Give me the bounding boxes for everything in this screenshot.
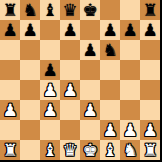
square-f4[interactable] xyxy=(100,80,120,100)
square-b4[interactable] xyxy=(20,80,40,100)
black-pawn-piece: ♟ xyxy=(102,20,117,40)
square-h4[interactable] xyxy=(140,80,160,100)
square-g3[interactable] xyxy=(120,100,140,120)
square-c1[interactable]: ♝ xyxy=(40,140,60,160)
white-rook-piece: ♜ xyxy=(2,140,17,160)
square-d7[interactable]: ♟ xyxy=(60,20,80,40)
square-a5[interactable] xyxy=(0,60,20,80)
square-h3[interactable] xyxy=(140,100,160,120)
white-pawn-piece: ♟ xyxy=(102,120,117,140)
black-bishop-piece: ♝ xyxy=(42,0,57,20)
white-rook-piece: ♜ xyxy=(142,140,157,160)
black-pawn-piece: ♟ xyxy=(22,20,37,40)
square-d6[interactable] xyxy=(60,40,80,60)
square-a4[interactable] xyxy=(0,80,20,100)
square-d1[interactable]: ♛ xyxy=(60,140,80,160)
square-e2[interactable] xyxy=(80,120,100,140)
white-pawn-piece: ♟ xyxy=(42,80,57,100)
square-e5[interactable] xyxy=(80,60,100,80)
square-h1[interactable]: ♜ xyxy=(140,140,160,160)
square-h6[interactable] xyxy=(140,40,160,60)
white-pawn-piece: ♟ xyxy=(62,80,77,100)
square-b5[interactable] xyxy=(20,60,40,80)
white-pawn-piece: ♟ xyxy=(2,100,17,120)
square-c8[interactable]: ♝ xyxy=(40,0,60,20)
square-d3[interactable] xyxy=(60,100,80,120)
square-g4[interactable] xyxy=(120,80,140,100)
square-b6[interactable] xyxy=(20,40,40,60)
square-c2[interactable] xyxy=(40,120,60,140)
square-g1[interactable]: ♞ xyxy=(120,140,140,160)
square-b1[interactable] xyxy=(20,140,40,160)
square-f8[interactable] xyxy=(100,0,120,20)
square-f1[interactable]: ♝ xyxy=(100,140,120,160)
square-e6[interactable]: ♟ xyxy=(80,40,100,60)
white-knight-piece: ♞ xyxy=(122,140,137,160)
square-e4[interactable] xyxy=(80,80,100,100)
square-g8[interactable] xyxy=(120,0,140,20)
square-c3[interactable]: ♟ xyxy=(40,100,60,120)
black-pawn-piece: ♟ xyxy=(2,20,17,40)
square-g2[interactable]: ♟ xyxy=(120,120,140,140)
square-b2[interactable] xyxy=(20,120,40,140)
black-queen-piece: ♛ xyxy=(62,0,77,20)
square-b8[interactable]: ♞ xyxy=(20,0,40,20)
square-f2[interactable]: ♟ xyxy=(100,120,120,140)
square-a6[interactable] xyxy=(0,40,20,60)
square-g5[interactable] xyxy=(120,60,140,80)
white-king-piece: ♚ xyxy=(82,140,97,160)
square-c6[interactable] xyxy=(40,40,60,60)
white-pawn-piece: ♟ xyxy=(42,100,57,120)
square-h5[interactable] xyxy=(140,60,160,80)
square-h2[interactable]: ♟ xyxy=(140,120,160,140)
black-pawn-piece: ♟ xyxy=(42,60,57,80)
black-knight-piece: ♞ xyxy=(102,40,117,60)
square-b3[interactable] xyxy=(20,100,40,120)
square-e7[interactable] xyxy=(80,20,100,40)
black-pawn-piece: ♟ xyxy=(62,20,77,40)
square-f6[interactable]: ♞ xyxy=(100,40,120,60)
square-b7[interactable]: ♟ xyxy=(20,20,40,40)
square-d8[interactable]: ♛ xyxy=(60,0,80,20)
square-f5[interactable] xyxy=(100,60,120,80)
square-e1[interactable]: ♚ xyxy=(80,140,100,160)
black-king-piece: ♚ xyxy=(82,0,97,20)
white-bishop-piece: ♝ xyxy=(42,140,57,160)
black-rook-piece: ♜ xyxy=(2,0,17,20)
black-knight-piece: ♞ xyxy=(22,0,37,20)
black-pawn-piece: ♟ xyxy=(82,40,97,60)
square-g6[interactable] xyxy=(120,40,140,60)
square-c4[interactable]: ♟ xyxy=(40,80,60,100)
square-h7[interactable]: ♟ xyxy=(140,20,160,40)
square-d4[interactable]: ♟ xyxy=(60,80,80,100)
square-d2[interactable] xyxy=(60,120,80,140)
black-rook-piece: ♜ xyxy=(142,0,157,20)
black-pawn-piece: ♟ xyxy=(142,20,157,40)
square-a1[interactable]: ♜ xyxy=(0,140,20,160)
square-h8[interactable]: ♜ xyxy=(140,0,160,20)
white-pawn-piece: ♟ xyxy=(82,100,97,120)
square-g7[interactable]: ♟ xyxy=(120,20,140,40)
white-pawn-piece: ♟ xyxy=(142,120,157,140)
square-a3[interactable]: ♟ xyxy=(0,100,20,120)
square-f3[interactable] xyxy=(100,100,120,120)
square-a2[interactable] xyxy=(0,120,20,140)
white-bishop-piece: ♝ xyxy=(102,140,117,160)
square-e8[interactable]: ♚ xyxy=(80,0,100,20)
black-pawn-piece: ♟ xyxy=(122,20,137,40)
square-c7[interactable] xyxy=(40,20,60,40)
square-a7[interactable]: ♟ xyxy=(0,20,20,40)
chess-board: ♜♞♝♛♚♜♟♟♟♟♟♟♟♞♟♟♟♟♟♟♟♟♟♜♝♛♚♝♞♜ xyxy=(0,0,162,162)
white-queen-piece: ♛ xyxy=(62,140,77,160)
square-e3[interactable]: ♟ xyxy=(80,100,100,120)
square-a8[interactable]: ♜ xyxy=(0,0,20,20)
white-pawn-piece: ♟ xyxy=(122,120,137,140)
square-f7[interactable]: ♟ xyxy=(100,20,120,40)
square-c5[interactable]: ♟ xyxy=(40,60,60,80)
square-d5[interactable] xyxy=(60,60,80,80)
